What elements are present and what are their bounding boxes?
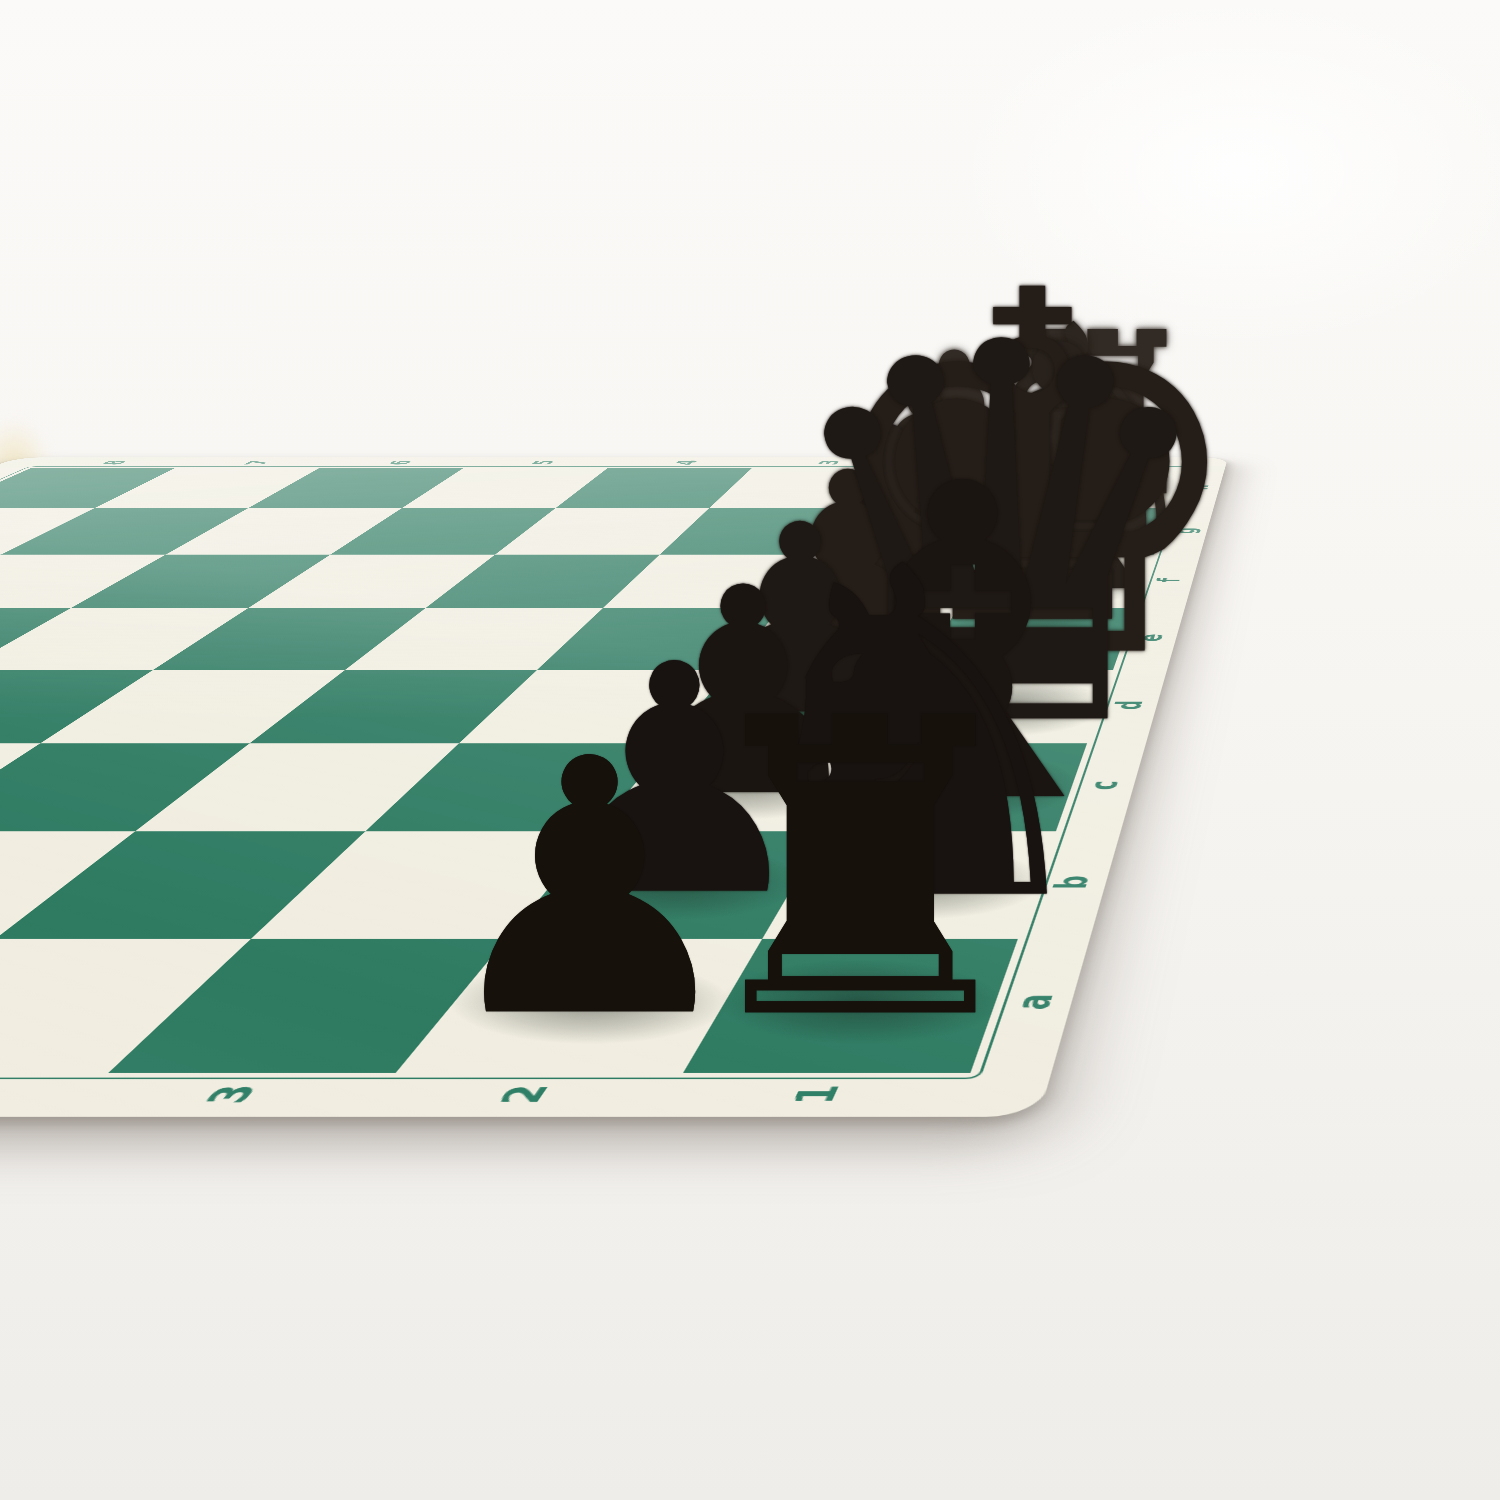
file-label-bottom-b: b xyxy=(1048,876,1095,890)
file-label-bottom-g: g xyxy=(1170,528,1200,534)
rank-label-right-6: 6 xyxy=(384,460,417,465)
rank-label-right-7: 7 xyxy=(240,460,274,465)
rank-label-right-8: 8 xyxy=(97,460,132,465)
square-g1 xyxy=(989,508,1170,554)
chessboard-photo-scene: aabbccddeeffgghh1122334455667788 ♜♟♞♟♝♟♚… xyxy=(0,0,1500,1500)
file-label-bottom-h: h xyxy=(1184,485,1212,490)
file-label-bottom-c: c xyxy=(1082,781,1124,790)
chess-board: aabbccddeeffgghh1122334455667788 xyxy=(0,457,1228,1116)
rank-label-right-3: 3 xyxy=(814,460,844,465)
square-h2 xyxy=(863,468,1041,508)
file-label-bottom-d: d xyxy=(1109,700,1147,709)
rank-label-right-1: 1 xyxy=(1101,460,1128,465)
board-face: aabbccddeeffgghh1122334455667788 xyxy=(0,457,1228,1116)
file-label-bottom-e: e xyxy=(1133,634,1168,641)
file-label-bottom-a: a xyxy=(1007,994,1060,1010)
rank-label-right-4: 4 xyxy=(671,460,702,465)
square-d1 xyxy=(878,670,1113,743)
rank-label-left-3: 3 xyxy=(196,1085,266,1104)
square-h1 xyxy=(1016,468,1184,508)
square-f1 xyxy=(958,555,1154,608)
board-squares xyxy=(0,468,1185,1073)
square-e1 xyxy=(921,608,1135,670)
rank-label-right-5: 5 xyxy=(527,460,559,465)
rank-label-left-1: 1 xyxy=(786,1085,847,1104)
rank-label-left-2: 2 xyxy=(491,1085,556,1104)
rank-label-right-2: 2 xyxy=(958,460,987,465)
file-label-bottom-f: f xyxy=(1153,578,1185,582)
